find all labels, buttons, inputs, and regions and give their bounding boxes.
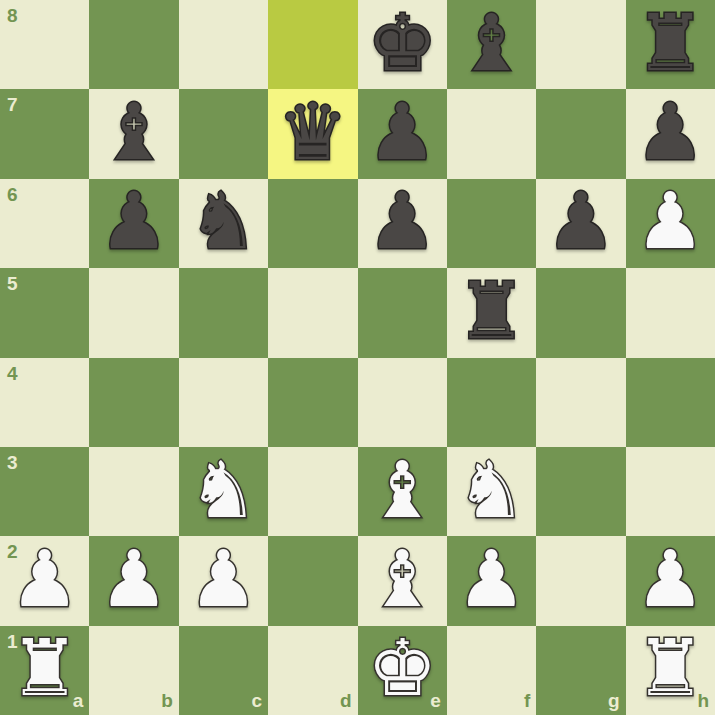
piece-black-rook-h8[interactable]: ♜: [635, 4, 705, 82]
square-h1[interactable]: h♜: [626, 626, 715, 715]
piece-black-bishop-f8[interactable]: ♝: [457, 4, 527, 82]
square-h7[interactable]: ♟: [626, 89, 715, 178]
square-g5[interactable]: [536, 268, 625, 357]
square-a4[interactable]: 4: [0, 358, 89, 447]
piece-white-bishop-e3[interactable]: ♝: [367, 451, 437, 529]
piece-black-king-e8[interactable]: ♚: [367, 4, 437, 82]
square-f6[interactable]: [447, 179, 536, 268]
piece-black-bishop-b7[interactable]: ♝: [99, 93, 169, 171]
file-label-d: d: [340, 691, 352, 710]
piece-black-pawn-g6[interactable]: ♟: [546, 182, 616, 260]
square-e4[interactable]: [358, 358, 447, 447]
square-h6[interactable]: ♟: [626, 179, 715, 268]
square-a6[interactable]: 6: [0, 179, 89, 268]
square-d7[interactable]: ♛: [268, 89, 357, 178]
square-d3[interactable]: [268, 447, 357, 536]
rank-label-8: 8: [7, 6, 18, 25]
square-g2[interactable]: [536, 536, 625, 625]
piece-white-pawn-b2[interactable]: ♟: [99, 540, 169, 618]
square-a3[interactable]: 3: [0, 447, 89, 536]
square-c7[interactable]: [179, 89, 268, 178]
square-h5[interactable]: [626, 268, 715, 357]
square-e1[interactable]: e♚: [358, 626, 447, 715]
square-a7[interactable]: 7: [0, 89, 89, 178]
piece-white-pawn-c2[interactable]: ♟: [188, 540, 258, 618]
square-g3[interactable]: [536, 447, 625, 536]
square-c2[interactable]: ♟: [179, 536, 268, 625]
square-h8[interactable]: ♜: [626, 0, 715, 89]
square-e7[interactable]: ♟: [358, 89, 447, 178]
square-g1[interactable]: g: [536, 626, 625, 715]
piece-black-pawn-h7[interactable]: ♟: [635, 93, 705, 171]
square-d1[interactable]: d: [268, 626, 357, 715]
square-c5[interactable]: [179, 268, 268, 357]
square-f1[interactable]: f: [447, 626, 536, 715]
square-b5[interactable]: [89, 268, 178, 357]
piece-white-pawn-a2[interactable]: ♟: [10, 540, 80, 618]
square-h4[interactable]: [626, 358, 715, 447]
rank-label-6: 6: [7, 185, 18, 204]
square-a8[interactable]: 8: [0, 0, 89, 89]
square-f5[interactable]: ♜: [447, 268, 536, 357]
square-a1[interactable]: 1a♜: [0, 626, 89, 715]
square-c6[interactable]: ♞: [179, 179, 268, 268]
square-d8[interactable]: [268, 0, 357, 89]
piece-white-knight-c3[interactable]: ♞: [188, 451, 258, 529]
square-f3[interactable]: ♞: [447, 447, 536, 536]
piece-white-knight-f3[interactable]: ♞: [457, 451, 527, 529]
square-d4[interactable]: [268, 358, 357, 447]
square-a5[interactable]: 5: [0, 268, 89, 357]
square-f7[interactable]: [447, 89, 536, 178]
piece-white-rook-h1[interactable]: ♜: [635, 629, 705, 707]
square-e3[interactable]: ♝: [358, 447, 447, 536]
square-d2[interactable]: [268, 536, 357, 625]
piece-black-rook-f5[interactable]: ♜: [457, 272, 527, 350]
file-label-c: c: [252, 691, 263, 710]
piece-black-pawn-b6[interactable]: ♟: [99, 182, 169, 260]
piece-black-pawn-e7[interactable]: ♟: [367, 93, 437, 171]
piece-white-bishop-e2[interactable]: ♝: [367, 540, 437, 618]
square-g4[interactable]: [536, 358, 625, 447]
file-label-b: b: [161, 691, 173, 710]
square-a2[interactable]: 2♟: [0, 536, 89, 625]
rank-label-4: 4: [7, 364, 18, 383]
square-g8[interactable]: [536, 0, 625, 89]
piece-black-queen-d7[interactable]: ♛: [278, 93, 348, 171]
square-b7[interactable]: ♝: [89, 89, 178, 178]
piece-black-pawn-e6[interactable]: ♟: [367, 182, 437, 260]
square-b1[interactable]: b: [89, 626, 178, 715]
piece-white-pawn-h6[interactable]: ♟: [635, 182, 705, 260]
square-f2[interactable]: ♟: [447, 536, 536, 625]
square-e2[interactable]: ♝: [358, 536, 447, 625]
square-c3[interactable]: ♞: [179, 447, 268, 536]
piece-white-rook-a1[interactable]: ♜: [10, 629, 80, 707]
square-e5[interactable]: [358, 268, 447, 357]
square-c4[interactable]: [179, 358, 268, 447]
square-h3[interactable]: [626, 447, 715, 536]
square-c8[interactable]: [179, 0, 268, 89]
chess-board: 8♚♝♜7♝♛♟♟6♟♞♟♟♟5♜43♞♝♞2♟♟♟♝♟♟1a♜bcde♚fgh…: [0, 0, 715, 715]
piece-white-king-e1[interactable]: ♚: [367, 629, 437, 707]
square-b8[interactable]: [89, 0, 178, 89]
square-b3[interactable]: [89, 447, 178, 536]
square-b6[interactable]: ♟: [89, 179, 178, 268]
file-label-f: f: [524, 691, 530, 710]
rank-label-3: 3: [7, 453, 18, 472]
square-b4[interactable]: [89, 358, 178, 447]
rank-label-7: 7: [7, 95, 18, 114]
square-d5[interactable]: [268, 268, 357, 357]
square-c1[interactable]: c: [179, 626, 268, 715]
piece-white-pawn-h2[interactable]: ♟: [635, 540, 705, 618]
square-d6[interactable]: [268, 179, 357, 268]
square-f4[interactable]: [447, 358, 536, 447]
square-b2[interactable]: ♟: [89, 536, 178, 625]
square-e8[interactable]: ♚: [358, 0, 447, 89]
piece-black-knight-c6[interactable]: ♞: [188, 182, 258, 260]
square-g7[interactable]: [536, 89, 625, 178]
file-label-g: g: [608, 691, 620, 710]
square-g6[interactable]: ♟: [536, 179, 625, 268]
square-e6[interactable]: ♟: [358, 179, 447, 268]
square-h2[interactable]: ♟: [626, 536, 715, 625]
piece-white-pawn-f2[interactable]: ♟: [457, 540, 527, 618]
rank-label-5: 5: [7, 274, 18, 293]
square-f8[interactable]: ♝: [447, 0, 536, 89]
